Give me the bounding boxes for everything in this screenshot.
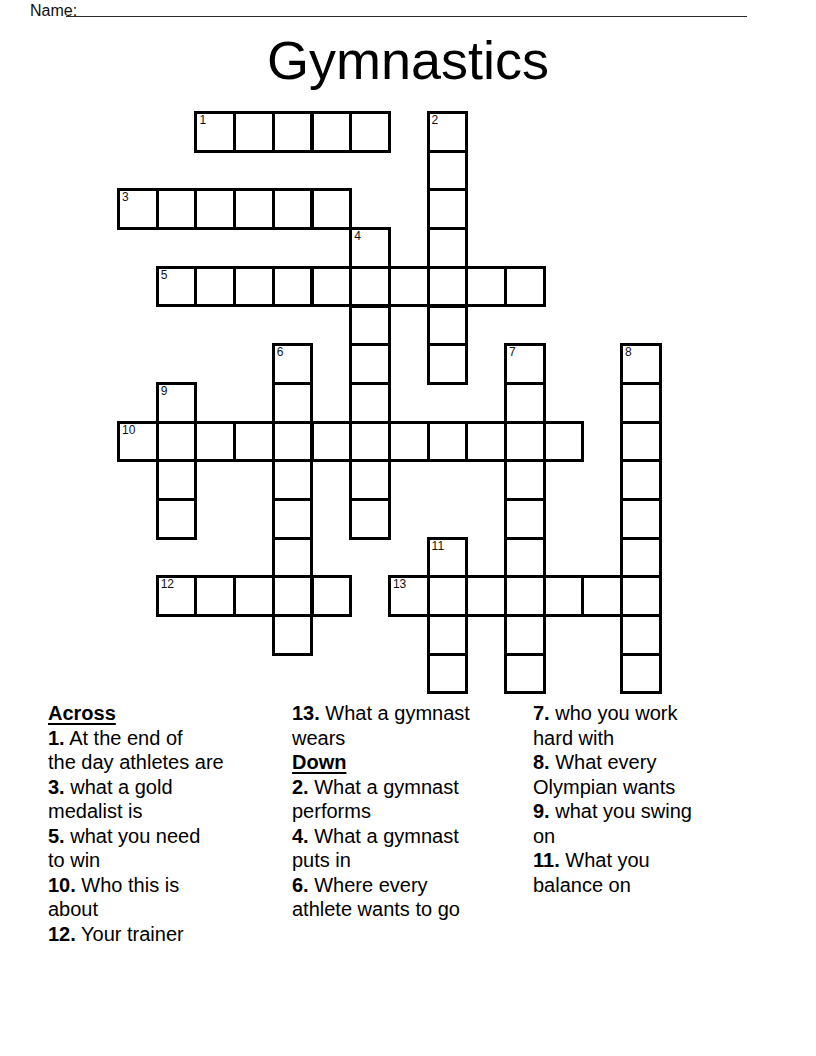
clue-11: 11. What youbalance on <box>533 848 768 897</box>
down-header: Down <box>292 750 527 775</box>
grid-cell[interactable] <box>504 614 546 656</box>
clue-7: 7. who you workhard with <box>533 701 768 750</box>
grid-cell[interactable] <box>427 343 469 385</box>
grid-cell[interactable] <box>620 537 662 579</box>
grid-cell-number: 1 <box>199 114 206 127</box>
clue-column: Across1. At the end ofthe day athletes a… <box>48 701 288 946</box>
clue-line: 2. What a gymnast <box>292 775 527 800</box>
clue-line: performs <box>292 799 527 824</box>
grid-cell[interactable] <box>504 575 546 617</box>
grid-cell[interactable] <box>156 188 198 230</box>
grid-cell[interactable]: 13 <box>388 575 430 617</box>
grid-cell-number: 6 <box>277 346 284 359</box>
clue-line: puts in <box>292 848 527 873</box>
clue-line: hard with <box>533 726 768 751</box>
grid-cell[interactable] <box>543 421 585 463</box>
grid-cell[interactable] <box>156 421 198 463</box>
grid-cell[interactable] <box>194 188 236 230</box>
grid-cell[interactable]: 5 <box>156 266 198 308</box>
clue-13: 13. What a gymnastwears <box>292 701 527 750</box>
clue-line: to win <box>48 848 288 873</box>
grid-cell[interactable] <box>272 111 314 153</box>
grid-cell[interactable] <box>465 266 507 308</box>
clue-line: medalist is <box>48 799 288 824</box>
grid-cell-number: 12 <box>161 578 174 591</box>
clue-line: 6. Where every <box>292 873 527 898</box>
grid-cell[interactable] <box>349 343 391 385</box>
across-header: Across <box>48 701 288 726</box>
grid-cell[interactable]: 10 <box>117 421 159 463</box>
grid-cell[interactable] <box>272 575 314 617</box>
grid-cell-number: 4 <box>354 230 361 243</box>
grid-cell[interactable] <box>504 459 546 501</box>
grid-cell-number: 2 <box>432 114 439 127</box>
clue-8: 8. What everyOlympian wants <box>533 750 768 799</box>
grid-cell[interactable] <box>233 421 275 463</box>
grid-cell[interactable] <box>427 653 469 695</box>
clue-line: 10. Who this is <box>48 873 288 898</box>
clue-column: 7. who you workhard with8. What everyOly… <box>533 701 768 897</box>
grid-cell[interactable] <box>272 421 314 463</box>
grid-cell[interactable] <box>427 575 469 617</box>
clue-line: on <box>533 824 768 849</box>
grid-cell[interactable] <box>233 575 275 617</box>
grid-cell[interactable] <box>620 421 662 463</box>
grid-cell[interactable] <box>233 188 275 230</box>
grid-cell[interactable] <box>194 421 236 463</box>
grid-cell[interactable]: 7 <box>504 343 546 385</box>
grid-cell[interactable] <box>427 266 469 308</box>
grid-cell-number: 13 <box>393 578 406 591</box>
clue-line: athlete wants to go <box>292 897 527 922</box>
clue-line: about <box>48 897 288 922</box>
grid-cell[interactable] <box>233 111 275 153</box>
grid-cell[interactable]: 3 <box>117 188 159 230</box>
grid-cell[interactable] <box>233 266 275 308</box>
grid-cell-number: 11 <box>432 540 444 553</box>
grid-cell[interactable] <box>427 227 469 269</box>
grid-cell[interactable] <box>504 537 546 579</box>
grid-cell-number: 9 <box>161 385 168 398</box>
clue-line: wears <box>292 726 527 751</box>
clue-9: 9. what you swingon <box>533 799 768 848</box>
clue-line: 13. What a gymnast <box>292 701 527 726</box>
grid-cell-number: 7 <box>509 346 516 359</box>
clue-1: 1. At the end ofthe day athletes are <box>48 726 288 775</box>
clue-2: 2. What a gymnastperforms <box>292 775 527 824</box>
grid-cell[interactable] <box>427 421 469 463</box>
grid-cell[interactable] <box>388 266 430 308</box>
grid-cell[interactable] <box>620 498 662 540</box>
grid-cell[interactable]: 4 <box>349 227 391 269</box>
grid-cell[interactable] <box>620 459 662 501</box>
grid-cell[interactable] <box>504 498 546 540</box>
clue-3: 3. what a goldmedalist is <box>48 775 288 824</box>
name-fill-line[interactable] <box>66 0 747 17</box>
clue-5: 5. what you needto win <box>48 824 288 873</box>
grid-cell[interactable] <box>272 382 314 424</box>
clue-line: the day athletes are <box>48 750 288 775</box>
grid-cell[interactable] <box>349 498 391 540</box>
grid-cell[interactable] <box>620 653 662 695</box>
grid-cell[interactable] <box>272 498 314 540</box>
clue-6: 6. Where everyathlete wants to go <box>292 873 527 922</box>
grid-cell[interactable] <box>272 266 314 308</box>
grid-cell[interactable] <box>272 459 314 501</box>
clue-line: balance on <box>533 873 768 898</box>
clue-column: 13. What a gymnastwearsDown2. What a gym… <box>292 701 527 922</box>
grid-cell[interactable] <box>620 575 662 617</box>
grid-cell[interactable] <box>388 421 430 463</box>
grid-cell[interactable] <box>543 575 585 617</box>
grid-cell[interactable] <box>311 111 353 153</box>
grid-cell[interactable] <box>349 421 391 463</box>
clue-12: 12. Your trainer <box>48 922 288 947</box>
clue-line: 7. who you work <box>533 701 768 726</box>
clue-line: 3. what a gold <box>48 775 288 800</box>
grid-cell[interactable]: 12 <box>156 575 198 617</box>
puzzle-title: Gymnastics <box>0 33 816 87</box>
grid-cell[interactable] <box>311 266 353 308</box>
grid-cell[interactable] <box>349 382 391 424</box>
grid-cell[interactable] <box>349 266 391 308</box>
grid-cell[interactable] <box>311 188 353 230</box>
grid-cell[interactable] <box>194 266 236 308</box>
grid-cell[interactable] <box>272 614 314 656</box>
grid-cell[interactable] <box>504 382 546 424</box>
grid-cell[interactable] <box>465 575 507 617</box>
grid-cell[interactable]: 1 <box>194 111 236 153</box>
clue-line: 4. What a gymnast <box>292 824 527 849</box>
grid-cell[interactable]: 8 <box>620 343 662 385</box>
grid-cell[interactable] <box>349 305 391 347</box>
grid-cell[interactable]: 6 <box>272 343 314 385</box>
grid-cell[interactable] <box>311 575 353 617</box>
grid-cell[interactable]: 9 <box>156 382 198 424</box>
clue-line: 8. What every <box>533 750 768 775</box>
grid-cell[interactable] <box>156 459 198 501</box>
grid-cell[interactable] <box>349 459 391 501</box>
grid-cell-number: 5 <box>161 269 168 282</box>
grid-cell[interactable] <box>156 498 198 540</box>
clue-10: 10. Who this isabout <box>48 873 288 922</box>
grid-cell[interactable] <box>620 382 662 424</box>
clue-line: 1. At the end of <box>48 726 288 751</box>
clue-4: 4. What a gymnastputs in <box>292 824 527 873</box>
grid-cell[interactable]: 11 <box>427 537 469 579</box>
grid-cell[interactable] <box>427 150 469 192</box>
grid-cell[interactable] <box>504 421 546 463</box>
grid-cell-number: 10 <box>122 424 135 437</box>
clue-line: Olympian wants <box>533 775 768 800</box>
grid-cell[interactable] <box>349 111 391 153</box>
grid-cell[interactable] <box>465 421 507 463</box>
clue-line: 11. What you <box>533 848 768 873</box>
grid-cell[interactable] <box>504 266 546 308</box>
grid-cell[interactable] <box>427 614 469 656</box>
grid-cell[interactable]: 2 <box>427 111 469 153</box>
grid-cell[interactable] <box>620 614 662 656</box>
grid-cell[interactable] <box>272 537 314 579</box>
grid-cell[interactable] <box>194 575 236 617</box>
crossword-grid: 12345678910111213 <box>117 111 662 695</box>
clue-line: 12. Your trainer <box>48 922 288 947</box>
clue-line: 9. what you swing <box>533 799 768 824</box>
grid-cell[interactable] <box>504 653 546 695</box>
grid-cell[interactable] <box>311 421 353 463</box>
grid-cell[interactable] <box>581 575 623 617</box>
grid-cell[interactable] <box>427 188 469 230</box>
grid-cell-number: 8 <box>625 346 632 359</box>
grid-cell[interactable] <box>272 188 314 230</box>
clue-line: 5. what you need <box>48 824 288 849</box>
grid-cell-number: 3 <box>122 191 129 204</box>
grid-cell[interactable] <box>427 305 469 347</box>
